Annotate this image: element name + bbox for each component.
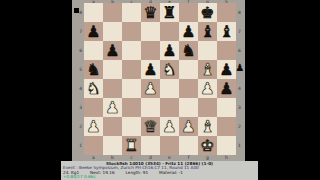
black-knight-piece: ♞: [84, 60, 103, 79]
square-e1: [160, 136, 179, 155]
square-a4: ♞: [84, 79, 103, 98]
video-frame: abcdefgh abcdefgh 87654321 87654321 ♟ ♛♜…: [0, 0, 320, 180]
square-b6: ♟: [103, 41, 122, 60]
square-c5: [122, 60, 141, 79]
square-h7: ♝: [217, 22, 236, 41]
square-f4: [179, 79, 198, 98]
square-d8: ♛: [141, 3, 160, 22]
square-d7: [141, 22, 160, 41]
material-indicator-pawn: ♟: [235, 62, 245, 74]
square-c2: [122, 117, 141, 136]
length-label: Length: 91: [126, 171, 149, 176]
white-bishop-piece: ♝: [198, 60, 217, 79]
black-bishop-piece: ♝: [217, 22, 236, 41]
square-g4: ♟: [198, 79, 217, 98]
rank-label-7: 7: [72, 22, 84, 41]
square-f3: [179, 98, 198, 117]
black-pawn-piece: ♟: [103, 41, 122, 60]
square-d4: ♟: [141, 79, 160, 98]
square-g8: ♚: [198, 3, 217, 22]
white-knight-piece: ♞: [84, 79, 103, 98]
square-f8: [179, 3, 198, 22]
square-h2: [217, 117, 236, 136]
square-e3: [160, 98, 179, 117]
square-h6: [217, 41, 236, 60]
info-panel: Stockfish 14010 (3534) - Fritz 11 (2866)…: [61, 161, 258, 180]
square-f6: ♞: [179, 41, 198, 60]
square-d5: ♟: [141, 60, 160, 79]
rank-label-6: 6: [72, 41, 84, 60]
square-b7: [103, 22, 122, 41]
square-e5: ♞: [160, 60, 179, 79]
square-b5: [103, 60, 122, 79]
black-pawn-piece: ♟: [217, 79, 236, 98]
square-b1: [103, 136, 122, 155]
square-f7: ♟: [179, 22, 198, 41]
square-h4: ♟: [217, 79, 236, 98]
rank-label-3: 3: [72, 98, 84, 117]
white-king-piece: ♚: [198, 136, 217, 155]
rank-label-5: 5: [72, 60, 84, 79]
white-pawn-piece: ♟: [160, 117, 179, 136]
black-pawn-piece: ♟: [160, 41, 179, 60]
white-pawn-piece: ♟: [179, 117, 198, 136]
square-d2: ♛: [141, 117, 160, 136]
square-h8: [217, 3, 236, 22]
square-c6: [122, 41, 141, 60]
square-e4: [160, 79, 179, 98]
square-d3: [141, 98, 160, 117]
black-rook-piece: ♜: [160, 3, 179, 22]
black-pawn-piece: ♟: [84, 22, 103, 41]
rank-label-8: 8: [236, 3, 245, 22]
white-queen-piece: ♛: [141, 117, 160, 136]
square-a2: ♟: [84, 117, 103, 136]
square-c4: [122, 79, 141, 98]
black-pawn-piece: ♟: [141, 60, 160, 79]
rank-label-2: 2: [236, 117, 245, 136]
black-queen-piece: ♛: [141, 3, 160, 22]
white-pawn-piece: ♟: [198, 79, 217, 98]
square-e7: [160, 22, 179, 41]
square-e2: ♟: [160, 117, 179, 136]
square-f5: [179, 60, 198, 79]
square-e6: ♟: [160, 41, 179, 60]
rank-label-6: 6: [236, 41, 245, 60]
black-knight-piece: ♞: [179, 41, 198, 60]
square-c3: [122, 98, 141, 117]
square-c1: ♜: [122, 136, 141, 155]
chess-board: ♛♜♚♟♟♝♝♟♟♞♞♟♞♝♟♞♟♟♟♟♟♛♟♟♝♜♚: [84, 3, 236, 155]
black-king-piece: ♚: [198, 3, 217, 22]
white-knight-piece: ♞: [160, 60, 179, 79]
square-e8: ♜: [160, 3, 179, 22]
square-f2: ♟: [179, 117, 198, 136]
square-b3: ♟: [103, 98, 122, 117]
square-g3: [198, 98, 217, 117]
square-g5: ♝: [198, 60, 217, 79]
rank-label-3: 3: [236, 98, 245, 117]
square-h5: ♟: [217, 60, 236, 79]
engine-eval-line: +0.80/17 0.66s: [63, 175, 256, 180]
square-a7: ♟: [84, 22, 103, 41]
square-g7: ♝: [198, 22, 217, 41]
rank-label-1: 1: [72, 136, 84, 155]
white-bishop-piece: ♝: [198, 117, 217, 136]
square-b8: [103, 3, 122, 22]
white-pawn-piece: ♟: [103, 98, 122, 117]
square-c8: [122, 3, 141, 22]
square-a8: [84, 3, 103, 22]
square-b4: [103, 79, 122, 98]
square-a5: ♞: [84, 60, 103, 79]
white-pawn-piece: ♟: [84, 117, 103, 136]
rank-label-4: 4: [236, 79, 245, 98]
square-f1: [179, 136, 198, 155]
square-g2: ♝: [198, 117, 217, 136]
square-g6: [198, 41, 217, 60]
square-d6: [141, 41, 160, 60]
square-a3: [84, 98, 103, 117]
square-g1: ♚: [198, 136, 217, 155]
rank-label-1: 1: [236, 136, 245, 155]
white-rook-piece: ♜: [122, 136, 141, 155]
square-a6: [84, 41, 103, 60]
square-d1: [141, 136, 160, 155]
rank-label-2: 2: [72, 117, 84, 136]
square-b2: [103, 117, 122, 136]
square-h1: [217, 136, 236, 155]
rank-label-4: 4: [72, 79, 84, 98]
rank-label-7: 7: [236, 22, 245, 41]
side-to-move-indicator: [74, 8, 79, 13]
black-bishop-piece: ♝: [198, 22, 217, 41]
square-h3: [217, 98, 236, 117]
white-pawn-piece: ♟: [141, 79, 160, 98]
rank-labels-right: 87654321: [236, 3, 245, 155]
square-c7: [122, 22, 141, 41]
black-pawn-piece: ♟: [179, 22, 198, 41]
chess-board-frame: abcdefgh abcdefgh 87654321 87654321 ♟ ♛♜…: [72, 0, 245, 161]
material-label: Material: -1: [159, 171, 183, 176]
rank-labels-left: 87654321: [72, 3, 84, 155]
black-pawn-piece: ♟: [217, 60, 236, 79]
square-a1: [84, 136, 103, 155]
